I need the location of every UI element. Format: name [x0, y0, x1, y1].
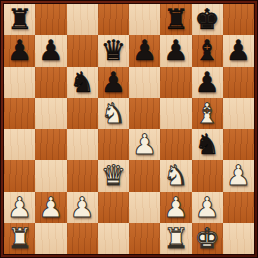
- white-king-g1[interactable]: ♚: [195, 223, 220, 254]
- square-h3[interactable]: ♟: [223, 160, 254, 191]
- black-knight-c6[interactable]: ♞: [70, 67, 95, 98]
- square-f1[interactable]: ♜: [160, 223, 191, 254]
- square-h1[interactable]: [223, 223, 254, 254]
- square-g1[interactable]: ♚: [192, 223, 223, 254]
- black-knight-g4[interactable]: ♞: [195, 129, 220, 160]
- chess-board: ♜♜♚♟♟♛♟♟♝♟♞♟♟♞♝♟♞♛♞♟♟♟♟♟♟♜♜♚: [4, 4, 254, 254]
- square-f8[interactable]: ♜: [160, 4, 191, 35]
- square-b5[interactable]: [35, 98, 66, 129]
- square-a6[interactable]: [4, 67, 35, 98]
- white-bishop-g5[interactable]: ♝: [195, 98, 220, 129]
- black-king-g8[interactable]: ♚: [195, 4, 220, 35]
- square-f4[interactable]: [160, 129, 191, 160]
- square-d3[interactable]: ♛: [98, 160, 129, 191]
- square-g8[interactable]: ♚: [192, 4, 223, 35]
- black-pawn-h7[interactable]: ♟: [226, 35, 251, 66]
- white-pawn-f2[interactable]: ♟: [163, 192, 188, 223]
- square-d8[interactable]: [98, 4, 129, 35]
- square-c2[interactable]: ♟: [67, 192, 98, 223]
- square-a1[interactable]: ♜: [4, 223, 35, 254]
- square-a8[interactable]: ♜: [4, 4, 35, 35]
- square-h2[interactable]: [223, 192, 254, 223]
- square-e3[interactable]: [129, 160, 160, 191]
- white-pawn-a2[interactable]: ♟: [7, 192, 32, 223]
- square-g7[interactable]: ♝: [192, 35, 223, 66]
- square-d1[interactable]: [98, 223, 129, 254]
- white-rook-f1[interactable]: ♜: [163, 223, 188, 254]
- white-knight-d5[interactable]: ♞: [101, 98, 126, 129]
- square-c6[interactable]: ♞: [67, 67, 98, 98]
- black-pawn-b7[interactable]: ♟: [38, 35, 63, 66]
- square-f3[interactable]: ♞: [160, 160, 191, 191]
- square-d4[interactable]: [98, 129, 129, 160]
- square-a3[interactable]: [4, 160, 35, 191]
- black-pawn-f7[interactable]: ♟: [163, 35, 188, 66]
- black-pawn-g6[interactable]: ♟: [195, 67, 220, 98]
- square-b6[interactable]: [35, 67, 66, 98]
- white-pawn-e4[interactable]: ♟: [132, 129, 157, 160]
- square-e6[interactable]: [129, 67, 160, 98]
- square-c4[interactable]: [67, 129, 98, 160]
- square-f5[interactable]: [160, 98, 191, 129]
- square-a7[interactable]: ♟: [4, 35, 35, 66]
- white-rook-a1[interactable]: ♜: [7, 223, 32, 254]
- square-c3[interactable]: [67, 160, 98, 191]
- white-pawn-b2[interactable]: ♟: [38, 192, 63, 223]
- square-a4[interactable]: [4, 129, 35, 160]
- square-a2[interactable]: ♟: [4, 192, 35, 223]
- square-e5[interactable]: [129, 98, 160, 129]
- square-g2[interactable]: ♟: [192, 192, 223, 223]
- white-queen-d3[interactable]: ♛: [101, 160, 126, 191]
- board-frame: ♜♜♚♟♟♛♟♟♝♟♞♟♟♞♝♟♞♛♞♟♟♟♟♟♟♜♜♚: [0, 0, 258, 258]
- square-b3[interactable]: [35, 160, 66, 191]
- square-d5[interactable]: ♞: [98, 98, 129, 129]
- square-e7[interactable]: ♟: [129, 35, 160, 66]
- square-e1[interactable]: [129, 223, 160, 254]
- square-b7[interactable]: ♟: [35, 35, 66, 66]
- square-h7[interactable]: ♟: [223, 35, 254, 66]
- square-g3[interactable]: [192, 160, 223, 191]
- square-g6[interactable]: ♟: [192, 67, 223, 98]
- square-d6[interactable]: ♟: [98, 67, 129, 98]
- white-pawn-h3[interactable]: ♟: [226, 160, 251, 191]
- square-e4[interactable]: ♟: [129, 129, 160, 160]
- white-pawn-c2[interactable]: ♟: [70, 192, 95, 223]
- square-h8[interactable]: [223, 4, 254, 35]
- square-h4[interactable]: [223, 129, 254, 160]
- square-b8[interactable]: [35, 4, 66, 35]
- square-f7[interactable]: ♟: [160, 35, 191, 66]
- square-h5[interactable]: [223, 98, 254, 129]
- black-rook-f8[interactable]: ♜: [163, 4, 188, 35]
- square-c8[interactable]: [67, 4, 98, 35]
- square-b4[interactable]: [35, 129, 66, 160]
- square-b2[interactable]: ♟: [35, 192, 66, 223]
- square-e8[interactable]: [129, 4, 160, 35]
- square-g4[interactable]: ♞: [192, 129, 223, 160]
- square-f6[interactable]: [160, 67, 191, 98]
- square-c1[interactable]: [67, 223, 98, 254]
- black-queen-d7[interactable]: ♛: [101, 35, 126, 66]
- square-c5[interactable]: [67, 98, 98, 129]
- square-f2[interactable]: ♟: [160, 192, 191, 223]
- black-pawn-a7[interactable]: ♟: [7, 35, 32, 66]
- black-pawn-d6[interactable]: ♟: [101, 67, 126, 98]
- square-h6[interactable]: [223, 67, 254, 98]
- white-knight-f3[interactable]: ♞: [163, 160, 188, 191]
- square-c7[interactable]: [67, 35, 98, 66]
- square-d2[interactable]: [98, 192, 129, 223]
- white-pawn-g2[interactable]: ♟: [195, 192, 220, 223]
- square-b1[interactable]: [35, 223, 66, 254]
- black-bishop-g7[interactable]: ♝: [195, 35, 220, 66]
- square-d7[interactable]: ♛: [98, 35, 129, 66]
- square-g5[interactable]: ♝: [192, 98, 223, 129]
- black-pawn-e7[interactable]: ♟: [132, 35, 157, 66]
- square-a5[interactable]: [4, 98, 35, 129]
- black-rook-a8[interactable]: ♜: [7, 4, 32, 35]
- square-e2[interactable]: [129, 192, 160, 223]
